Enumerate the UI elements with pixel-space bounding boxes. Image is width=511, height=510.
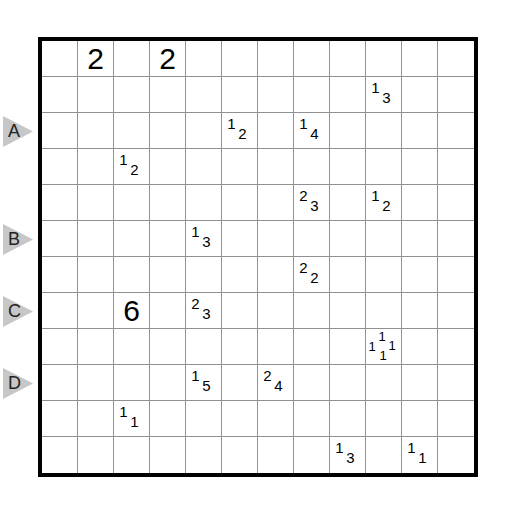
cell[interactable] <box>330 365 366 401</box>
cell[interactable] <box>42 365 78 401</box>
cell[interactable] <box>402 149 438 185</box>
cell[interactable] <box>258 329 294 365</box>
row-marker-c: C <box>3 296 33 327</box>
marker-label: C <box>8 301 21 322</box>
clue-cell: 6 <box>114 293 150 329</box>
clue-number: 2 <box>379 198 394 213</box>
clue-number: 2 <box>78 44 113 74</box>
cell[interactable] <box>330 149 366 185</box>
cell[interactable] <box>294 41 330 77</box>
cell[interactable] <box>114 113 150 149</box>
cell[interactable] <box>78 293 114 329</box>
cell[interactable] <box>150 401 186 437</box>
clue-cell: 15 <box>186 365 222 401</box>
row-marker-b: B <box>3 224 33 255</box>
cell[interactable] <box>42 221 78 257</box>
cell[interactable] <box>438 329 474 365</box>
clue-cell: 23 <box>186 293 222 329</box>
clue-cell: 13 <box>366 77 402 113</box>
cell[interactable] <box>186 77 222 113</box>
cell[interactable] <box>222 185 258 221</box>
cell[interactable] <box>150 329 186 365</box>
cell[interactable] <box>114 77 150 113</box>
cell[interactable] <box>438 221 474 257</box>
marker-label: A <box>8 121 20 142</box>
cell[interactable] <box>402 113 438 149</box>
cell[interactable] <box>78 257 114 293</box>
clue-number: 1 <box>415 450 430 465</box>
cell[interactable] <box>258 293 294 329</box>
clue-cell: 11 <box>114 401 150 437</box>
clue-number: 3 <box>343 450 358 465</box>
cell[interactable] <box>366 437 402 473</box>
marker-label: B <box>8 229 20 250</box>
cell[interactable] <box>294 149 330 185</box>
cell[interactable] <box>258 185 294 221</box>
cell[interactable] <box>438 149 474 185</box>
cell[interactable] <box>222 41 258 77</box>
clue-cell: 13 <box>330 437 366 473</box>
cell[interactable] <box>258 113 294 149</box>
cell[interactable] <box>330 185 366 221</box>
cell[interactable] <box>42 185 78 221</box>
clue-number: 2 <box>307 270 322 285</box>
cell[interactable] <box>402 77 438 113</box>
cell[interactable] <box>330 293 366 329</box>
cell[interactable] <box>150 113 186 149</box>
clue-cell: 14 <box>294 113 330 149</box>
cell[interactable] <box>438 365 474 401</box>
cell[interactable] <box>222 293 258 329</box>
cell[interactable] <box>78 113 114 149</box>
cell[interactable] <box>42 293 78 329</box>
clue-cell: 12 <box>366 185 402 221</box>
cell[interactable] <box>402 41 438 77</box>
cell[interactable] <box>78 77 114 113</box>
cell[interactable] <box>438 113 474 149</box>
cell[interactable] <box>366 113 402 149</box>
cell[interactable] <box>114 437 150 473</box>
cell[interactable] <box>186 149 222 185</box>
cell[interactable] <box>78 149 114 185</box>
cell[interactable] <box>294 221 330 257</box>
cell[interactable] <box>186 437 222 473</box>
cell[interactable] <box>402 185 438 221</box>
tapa-puzzle-page: { "game": "Tapa", "grid": { "rows": 12, … <box>0 0 511 510</box>
clue-cell: 1111 <box>366 329 402 365</box>
cell[interactable] <box>222 77 258 113</box>
cell[interactable] <box>330 329 366 365</box>
cell[interactable] <box>438 437 474 473</box>
cell[interactable] <box>186 113 222 149</box>
clue-number: 1 <box>127 414 142 429</box>
cell[interactable] <box>114 185 150 221</box>
cell[interactable] <box>402 221 438 257</box>
cell[interactable] <box>258 257 294 293</box>
row-marker-d: D <box>3 368 33 399</box>
cell[interactable] <box>114 41 150 77</box>
cell[interactable] <box>186 401 222 437</box>
marker-label: D <box>8 373 21 394</box>
clue-cell: 13 <box>186 221 222 257</box>
clue-cell: 2 <box>150 41 186 77</box>
cell[interactable] <box>258 41 294 77</box>
clue-cell: 24 <box>258 365 294 401</box>
cell[interactable] <box>222 221 258 257</box>
cell[interactable] <box>294 401 330 437</box>
cell[interactable] <box>402 293 438 329</box>
clue-cell: 2 <box>78 41 114 77</box>
cell[interactable] <box>258 77 294 113</box>
cell[interactable] <box>114 221 150 257</box>
clue-cell: 23 <box>294 185 330 221</box>
cell[interactable] <box>42 437 78 473</box>
cell[interactable] <box>438 257 474 293</box>
cell[interactable] <box>150 77 186 113</box>
cell[interactable] <box>330 257 366 293</box>
cell[interactable] <box>78 365 114 401</box>
tapa-board: 22131214122312132262311111524111311 <box>38 37 478 477</box>
cell[interactable] <box>42 77 78 113</box>
cell[interactable] <box>186 185 222 221</box>
clue-number: 4 <box>307 126 322 141</box>
cell[interactable] <box>42 401 78 437</box>
cell[interactable] <box>222 329 258 365</box>
cell[interactable] <box>438 185 474 221</box>
cell[interactable] <box>258 149 294 185</box>
cell[interactable] <box>402 401 438 437</box>
cell[interactable] <box>366 401 402 437</box>
cell[interactable] <box>402 365 438 401</box>
cell[interactable] <box>438 41 474 77</box>
cell[interactable] <box>42 257 78 293</box>
cell[interactable] <box>330 77 366 113</box>
cell[interactable] <box>114 365 150 401</box>
cell[interactable] <box>294 329 330 365</box>
clue-number: 2 <box>235 126 250 141</box>
cell[interactable] <box>366 221 402 257</box>
cell[interactable] <box>150 257 186 293</box>
clue-cell: 22 <box>294 257 330 293</box>
clue-number: 1 <box>366 340 378 353</box>
clue-number: 3 <box>199 306 214 321</box>
cell[interactable] <box>150 221 186 257</box>
cell[interactable] <box>402 329 438 365</box>
cell[interactable] <box>294 437 330 473</box>
clue-number: 2 <box>127 162 142 177</box>
clue-number: 3 <box>199 234 214 249</box>
cell[interactable] <box>294 77 330 113</box>
clue-number: 3 <box>379 90 394 105</box>
cell[interactable] <box>294 293 330 329</box>
cell[interactable] <box>150 293 186 329</box>
cell[interactable] <box>150 149 186 185</box>
clue-number: 6 <box>114 296 149 326</box>
cell[interactable] <box>150 185 186 221</box>
row-marker-a: A <box>3 116 33 147</box>
cell[interactable] <box>330 221 366 257</box>
cell[interactable] <box>438 401 474 437</box>
cell[interactable] <box>42 113 78 149</box>
cell[interactable] <box>150 365 186 401</box>
cell[interactable] <box>78 401 114 437</box>
cell[interactable] <box>402 257 438 293</box>
cell[interactable] <box>222 365 258 401</box>
cell[interactable] <box>258 437 294 473</box>
cell[interactable] <box>114 329 150 365</box>
cell[interactable] <box>330 41 366 77</box>
cell[interactable] <box>222 149 258 185</box>
clue-number: 2 <box>150 44 185 74</box>
cell[interactable] <box>366 149 402 185</box>
cell[interactable] <box>186 257 222 293</box>
cell[interactable] <box>42 149 78 185</box>
cell[interactable] <box>330 113 366 149</box>
clue-number: 4 <box>271 378 286 393</box>
cell[interactable] <box>366 293 402 329</box>
clue-number: 3 <box>307 198 322 213</box>
cell[interactable] <box>438 293 474 329</box>
cell[interactable] <box>222 401 258 437</box>
clue-cell: 12 <box>222 113 258 149</box>
cell[interactable] <box>114 257 150 293</box>
clue-cell: 12 <box>114 149 150 185</box>
cell[interactable] <box>366 41 402 77</box>
cell[interactable] <box>294 365 330 401</box>
cell[interactable] <box>42 329 78 365</box>
cell[interactable] <box>438 77 474 113</box>
cell[interactable] <box>258 401 294 437</box>
cell[interactable] <box>186 329 222 365</box>
clue-number: 1 <box>377 349 389 362</box>
cell[interactable] <box>258 221 294 257</box>
cell[interactable] <box>222 257 258 293</box>
cell[interactable] <box>366 257 402 293</box>
cell[interactable] <box>78 329 114 365</box>
cell[interactable] <box>78 437 114 473</box>
cell[interactable] <box>222 437 258 473</box>
cell[interactable] <box>42 41 78 77</box>
cell[interactable] <box>186 41 222 77</box>
clue-number: 5 <box>199 378 214 393</box>
cell[interactable] <box>78 221 114 257</box>
cell[interactable] <box>330 401 366 437</box>
cell[interactable] <box>150 437 186 473</box>
cell[interactable] <box>78 185 114 221</box>
cell[interactable] <box>366 365 402 401</box>
clue-cell: 11 <box>402 437 438 473</box>
